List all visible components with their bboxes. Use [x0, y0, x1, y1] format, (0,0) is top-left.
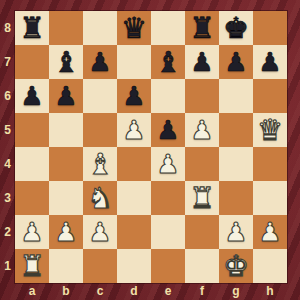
square-f3[interactable]: ♜: [185, 181, 219, 215]
piece-white-rook-f3[interactable]: ♜: [189, 184, 215, 213]
square-e8[interactable]: [151, 11, 185, 45]
square-h2[interactable]: ♟: [253, 215, 287, 249]
rank-label-4: 4: [0, 147, 15, 181]
file-labels: abcdefgh: [15, 283, 287, 300]
square-d3[interactable]: [117, 181, 151, 215]
square-e1[interactable]: [151, 249, 185, 283]
square-a5[interactable]: [15, 113, 49, 147]
square-g3[interactable]: [219, 181, 253, 215]
square-e4[interactable]: ♟: [151, 147, 185, 181]
square-a6[interactable]: ♟: [15, 79, 49, 113]
square-d1[interactable]: [117, 249, 151, 283]
square-g7[interactable]: ♟: [219, 45, 253, 79]
chess-board: ♜♛♜♚♝♟♝♟♟♟♟♟♟♟♟♟♛♝♟♞♜♟♟♟♟♟♜♚: [15, 11, 287, 283]
square-d4[interactable]: [117, 147, 151, 181]
square-c5[interactable]: [83, 113, 117, 147]
square-d8[interactable]: ♛: [117, 11, 151, 45]
file-label-c: c: [83, 283, 117, 300]
piece-black-pawn-h7[interactable]: ♟: [258, 49, 281, 75]
square-b1[interactable]: [49, 249, 83, 283]
square-a8[interactable]: ♜: [15, 11, 49, 45]
piece-black-pawn-d6[interactable]: ♟: [122, 83, 145, 109]
square-b5[interactable]: [49, 113, 83, 147]
square-e5[interactable]: ♟: [151, 113, 185, 147]
square-f1[interactable]: [185, 249, 219, 283]
square-c2[interactable]: ♟: [83, 215, 117, 249]
piece-white-pawn-a2[interactable]: ♟: [20, 219, 43, 245]
chess-board-diagram: 87654321 ♜♛♜♚♝♟♝♟♟♟♟♟♟♟♟♟♛♝♟♞♜♟♟♟♟♟♜♚ ab…: [0, 0, 300, 300]
square-f5[interactable]: ♟: [185, 113, 219, 147]
square-f6[interactable]: [185, 79, 219, 113]
piece-black-pawn-c7[interactable]: ♟: [88, 49, 111, 75]
piece-white-bishop-c4[interactable]: ♝: [87, 150, 113, 179]
piece-white-king-g1[interactable]: ♚: [223, 252, 249, 281]
square-e6[interactable]: [151, 79, 185, 113]
file-label-h: h: [253, 283, 287, 300]
rank-label-3: 3: [0, 181, 15, 215]
piece-white-knight-c3[interactable]: ♞: [87, 184, 113, 213]
rank-label-8: 8: [0, 11, 15, 45]
piece-white-pawn-h2[interactable]: ♟: [258, 219, 281, 245]
square-a7[interactable]: [15, 45, 49, 79]
rank-label-1: 1: [0, 249, 15, 283]
square-g6[interactable]: [219, 79, 253, 113]
piece-black-rook-f8[interactable]: ♜: [189, 14, 215, 43]
rank-label-7: 7: [0, 45, 15, 79]
piece-white-pawn-c2[interactable]: ♟: [88, 219, 111, 245]
file-label-f: f: [185, 283, 219, 300]
square-a4[interactable]: [15, 147, 49, 181]
piece-black-king-g8[interactable]: ♚: [223, 14, 249, 43]
piece-white-pawn-d5[interactable]: ♟: [122, 117, 145, 143]
square-b7[interactable]: ♝: [49, 45, 83, 79]
file-label-e: e: [151, 283, 185, 300]
square-c8[interactable]: [83, 11, 117, 45]
square-h3[interactable]: [253, 181, 287, 215]
piece-black-pawn-g7[interactable]: ♟: [224, 49, 247, 75]
square-a2[interactable]: ♟: [15, 215, 49, 249]
square-e2[interactable]: [151, 215, 185, 249]
square-h8[interactable]: [253, 11, 287, 45]
square-g5[interactable]: [219, 113, 253, 147]
piece-white-pawn-g2[interactable]: ♟: [224, 219, 247, 245]
square-d5[interactable]: ♟: [117, 113, 151, 147]
file-label-b: b: [49, 283, 83, 300]
square-g2[interactable]: ♟: [219, 215, 253, 249]
square-g1[interactable]: ♚: [219, 249, 253, 283]
square-d6[interactable]: ♟: [117, 79, 151, 113]
square-b6[interactable]: ♟: [49, 79, 83, 113]
file-label-g: g: [219, 283, 253, 300]
square-c7[interactable]: ♟: [83, 45, 117, 79]
rank-label-6: 6: [0, 79, 15, 113]
piece-white-rook-a1[interactable]: ♜: [19, 252, 45, 281]
rank-label-2: 2: [0, 215, 15, 249]
piece-black-rook-a8[interactable]: ♜: [19, 14, 45, 43]
square-h6[interactable]: [253, 79, 287, 113]
piece-white-pawn-e4[interactable]: ♟: [156, 151, 179, 177]
square-f8[interactable]: ♜: [185, 11, 219, 45]
square-c1[interactable]: [83, 249, 117, 283]
square-e7[interactable]: ♝: [151, 45, 185, 79]
square-b2[interactable]: ♟: [49, 215, 83, 249]
rank-label-5: 5: [0, 113, 15, 147]
square-h7[interactable]: ♟: [253, 45, 287, 79]
piece-black-bishop-b7[interactable]: ♝: [53, 48, 79, 77]
square-c3[interactable]: ♞: [83, 181, 117, 215]
square-f2[interactable]: [185, 215, 219, 249]
square-f4[interactable]: [185, 147, 219, 181]
square-g4[interactable]: [219, 147, 253, 181]
square-e3[interactable]: [151, 181, 185, 215]
square-h1[interactable]: [253, 249, 287, 283]
square-b8[interactable]: [49, 11, 83, 45]
file-label-d: d: [117, 283, 151, 300]
file-label-a: a: [15, 283, 49, 300]
square-b3[interactable]: [49, 181, 83, 215]
piece-white-pawn-f5[interactable]: ♟: [190, 117, 213, 143]
piece-black-queen-d8[interactable]: ♛: [121, 14, 147, 43]
square-a3[interactable]: [15, 181, 49, 215]
square-d2[interactable]: [117, 215, 151, 249]
piece-black-pawn-a6[interactable]: ♟: [20, 83, 43, 109]
square-h5[interactable]: ♛: [253, 113, 287, 147]
square-a1[interactable]: ♜: [15, 249, 49, 283]
rank-labels: 87654321: [0, 11, 15, 283]
square-c6[interactable]: [83, 79, 117, 113]
piece-black-pawn-b6[interactable]: ♟: [54, 83, 77, 109]
square-g8[interactable]: ♚: [219, 11, 253, 45]
square-c4[interactable]: ♝: [83, 147, 117, 181]
piece-white-pawn-b2[interactable]: ♟: [54, 219, 77, 245]
piece-white-queen-h5[interactable]: ♛: [257, 116, 283, 145]
piece-black-pawn-e5[interactable]: ♟: [156, 117, 179, 143]
square-f7[interactable]: ♟: [185, 45, 219, 79]
square-h4[interactable]: [253, 147, 287, 181]
square-b4[interactable]: [49, 147, 83, 181]
piece-black-pawn-f7[interactable]: ♟: [190, 49, 213, 75]
piece-black-bishop-e7[interactable]: ♝: [155, 48, 181, 77]
square-d7[interactable]: [117, 45, 151, 79]
